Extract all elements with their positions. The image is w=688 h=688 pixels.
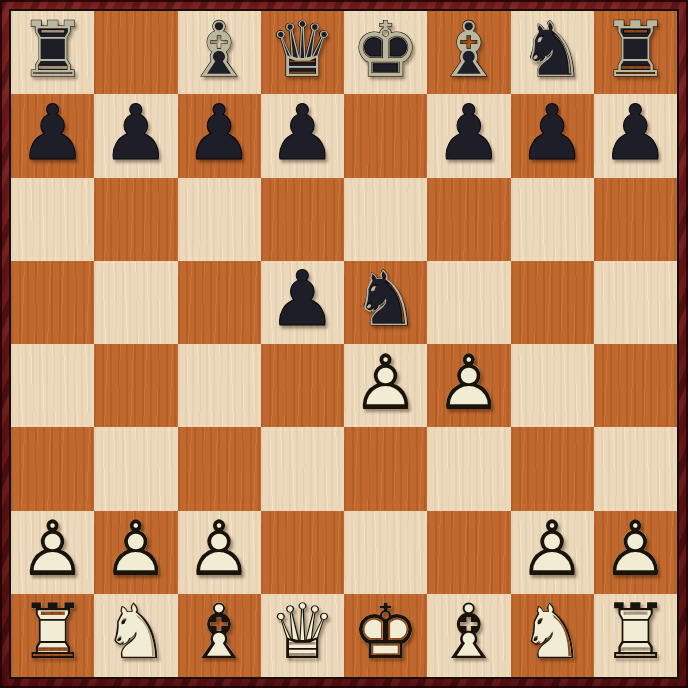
piece-black-bishop-c8[interactable]: ♝♗	[178, 11, 261, 94]
piece-white-knight-b1[interactable]: ♞♘	[94, 594, 177, 677]
square-a1[interactable]: ♜♖	[11, 594, 94, 677]
rook-glyph-outline: ♖	[601, 12, 669, 88]
piece-white-pawn-g2[interactable]: ♟♙	[511, 511, 594, 594]
square-f5[interactable]	[427, 261, 510, 344]
piece-black-pawn-g7[interactable]: ♟♙	[511, 94, 594, 177]
pawn-glyph-outline: ♙	[19, 511, 87, 587]
square-e3[interactable]	[344, 427, 427, 510]
piece-black-knight-g8[interactable]: ♞♘	[511, 11, 594, 94]
square-a4[interactable]	[11, 344, 94, 427]
pawn-glyph-fill: ♟	[185, 95, 253, 171]
square-f2[interactable]	[427, 511, 510, 594]
square-h6[interactable]	[594, 178, 677, 261]
queen-glyph-outline: ♕	[268, 12, 336, 88]
square-c8[interactable]: ♝♗	[178, 11, 261, 94]
square-a3[interactable]	[11, 427, 94, 510]
piece-black-pawn-d5[interactable]: ♟♙	[261, 261, 344, 344]
rook-glyph-outline: ♖	[19, 594, 87, 670]
pawn-glyph-outline: ♙	[185, 511, 253, 587]
square-d3[interactable]	[261, 427, 344, 510]
bishop-glyph-outline: ♗	[185, 12, 253, 88]
square-a6[interactable]	[11, 178, 94, 261]
pawn-glyph-fill: ♟	[601, 95, 669, 171]
square-f1[interactable]: ♝♗	[427, 594, 510, 677]
square-c2[interactable]: ♟♙	[178, 511, 261, 594]
bishop-glyph-outline: ♗	[185, 594, 253, 670]
rook-glyph-outline: ♖	[601, 594, 669, 670]
square-g8[interactable]: ♞♘	[511, 11, 594, 94]
knight-glyph-outline: ♘	[352, 261, 420, 337]
square-c6[interactable]	[178, 178, 261, 261]
piece-white-pawn-c2[interactable]: ♟♙	[178, 511, 261, 594]
square-f3[interactable]	[427, 427, 510, 510]
square-e1[interactable]: ♚♔	[344, 594, 427, 677]
piece-white-king-e1[interactable]: ♚♔	[344, 594, 427, 677]
piece-black-bishop-f8[interactable]: ♝♗	[427, 11, 510, 94]
board-border-line: ♜♖♝♗♛♕♚♔♝♗♞♘♜♖♟♙♟♙♟♙♟♙♟♙♟♙♟♙♟♙♞♘♟♙♟♙♟♙♟♙…	[9, 9, 679, 679]
square-b7[interactable]: ♟♙	[94, 94, 177, 177]
square-b4[interactable]	[94, 344, 177, 427]
piece-black-pawn-f7[interactable]: ♟♙	[427, 94, 510, 177]
square-f8[interactable]: ♝♗	[427, 11, 510, 94]
square-b6[interactable]	[94, 178, 177, 261]
square-b2[interactable]: ♟♙	[94, 511, 177, 594]
bishop-glyph-outline: ♗	[435, 594, 503, 670]
square-d6[interactable]	[261, 178, 344, 261]
pawn-glyph-fill: ♟	[268, 261, 336, 337]
piece-white-rook-a1[interactable]: ♜♖	[11, 594, 94, 677]
square-d1[interactable]: ♛♕	[261, 594, 344, 677]
piece-black-pawn-a7[interactable]: ♟♙	[11, 94, 94, 177]
knight-glyph-outline: ♘	[518, 594, 586, 670]
pawn-glyph-fill: ♟	[518, 95, 586, 171]
square-e4[interactable]: ♟♙	[344, 344, 427, 427]
square-a8[interactable]: ♜♖	[11, 11, 94, 94]
pawn-glyph-fill: ♟	[435, 95, 503, 171]
square-b5[interactable]	[94, 261, 177, 344]
square-f4[interactable]: ♟♙	[427, 344, 510, 427]
piece-white-queen-d1[interactable]: ♛♕	[261, 594, 344, 677]
square-g1[interactable]: ♞♘	[511, 594, 594, 677]
board-frame: ♜♖♝♗♛♕♚♔♝♗♞♘♜♖♟♙♟♙♟♙♟♙♟♙♟♙♟♙♟♙♞♘♟♙♟♙♟♙♟♙…	[0, 0, 688, 688]
bishop-glyph-outline: ♗	[435, 12, 503, 88]
piece-black-rook-h8[interactable]: ♜♖	[594, 11, 677, 94]
square-c3[interactable]	[178, 427, 261, 510]
square-a2[interactable]: ♟♙	[11, 511, 94, 594]
square-c7[interactable]: ♟♙	[178, 94, 261, 177]
piece-black-queen-d8[interactable]: ♛♕	[261, 11, 344, 94]
knight-glyph-outline: ♘	[102, 594, 170, 670]
pawn-glyph-outline: ♙	[352, 345, 420, 421]
square-g6[interactable]	[511, 178, 594, 261]
square-h7[interactable]: ♟♙	[594, 94, 677, 177]
square-d8[interactable]: ♛♕	[261, 11, 344, 94]
square-b3[interactable]	[94, 427, 177, 510]
piece-white-bishop-c1[interactable]: ♝♗	[178, 594, 261, 677]
square-e7[interactable]	[344, 94, 427, 177]
square-h2[interactable]: ♟♙	[594, 511, 677, 594]
square-f6[interactable]	[427, 178, 510, 261]
piece-white-knight-g1[interactable]: ♞♘	[511, 594, 594, 677]
pawn-glyph-fill: ♟	[268, 95, 336, 171]
piece-white-pawn-h2[interactable]: ♟♙	[594, 511, 677, 594]
piece-black-rook-a8[interactable]: ♜♖	[11, 11, 94, 94]
square-h1[interactable]: ♜♖	[594, 594, 677, 677]
chess-board: ♜♖♝♗♛♕♚♔♝♗♞♘♜♖♟♙♟♙♟♙♟♙♟♙♟♙♟♙♟♙♞♘♟♙♟♙♟♙♟♙…	[11, 11, 677, 677]
piece-white-pawn-f4[interactable]: ♟♙	[427, 344, 510, 427]
piece-white-pawn-a2[interactable]: ♟♙	[11, 511, 94, 594]
pawn-glyph-outline: ♙	[518, 511, 586, 587]
square-g3[interactable]	[511, 427, 594, 510]
queen-glyph-outline: ♕	[268, 594, 336, 670]
square-h5[interactable]	[594, 261, 677, 344]
pawn-glyph-outline: ♙	[102, 511, 170, 587]
square-a7[interactable]: ♟♙	[11, 94, 94, 177]
square-e6[interactable]	[344, 178, 427, 261]
pawn-glyph-outline: ♙	[435, 345, 503, 421]
square-b8[interactable]	[94, 11, 177, 94]
rook-glyph-outline: ♖	[19, 12, 87, 88]
square-e5[interactable]: ♞♘	[344, 261, 427, 344]
square-d7[interactable]: ♟♙	[261, 94, 344, 177]
piece-white-bishop-f1[interactable]: ♝♗	[427, 594, 510, 677]
square-e2[interactable]	[344, 511, 427, 594]
knight-glyph-outline: ♘	[518, 12, 586, 88]
pawn-glyph-fill: ♟	[102, 95, 170, 171]
square-g2[interactable]: ♟♙	[511, 511, 594, 594]
square-b1[interactable]: ♞♘	[94, 594, 177, 677]
square-c4[interactable]	[178, 344, 261, 427]
square-c1[interactable]: ♝♗	[178, 594, 261, 677]
square-h4[interactable]	[594, 344, 677, 427]
square-d5[interactable]: ♟♙	[261, 261, 344, 344]
pawn-glyph-outline: ♙	[601, 511, 669, 587]
piece-black-pawn-h7[interactable]: ♟♙	[594, 94, 677, 177]
piece-black-king-e8[interactable]: ♚♔	[344, 11, 427, 94]
king-glyph-outline: ♔	[352, 12, 420, 88]
piece-black-pawn-d7[interactable]: ♟♙	[261, 94, 344, 177]
square-a5[interactable]	[11, 261, 94, 344]
square-g7[interactable]: ♟♙	[511, 94, 594, 177]
piece-black-pawn-b7[interactable]: ♟♙	[94, 94, 177, 177]
piece-white-pawn-e4[interactable]: ♟♙	[344, 344, 427, 427]
pawn-glyph-fill: ♟	[19, 95, 87, 171]
square-f7[interactable]: ♟♙	[427, 94, 510, 177]
piece-black-pawn-c7[interactable]: ♟♙	[178, 94, 261, 177]
square-h3[interactable]	[594, 427, 677, 510]
square-d4[interactable]	[261, 344, 344, 427]
square-g5[interactable]	[511, 261, 594, 344]
square-h8[interactable]: ♜♖	[594, 11, 677, 94]
king-glyph-outline: ♔	[352, 594, 420, 670]
piece-white-pawn-b2[interactable]: ♟♙	[94, 511, 177, 594]
square-d2[interactable]	[261, 511, 344, 594]
square-c5[interactable]	[178, 261, 261, 344]
piece-black-knight-e5[interactable]: ♞♘	[344, 261, 427, 344]
square-e8[interactable]: ♚♔	[344, 11, 427, 94]
piece-white-rook-h1[interactable]: ♜♖	[594, 594, 677, 677]
square-g4[interactable]	[511, 344, 594, 427]
